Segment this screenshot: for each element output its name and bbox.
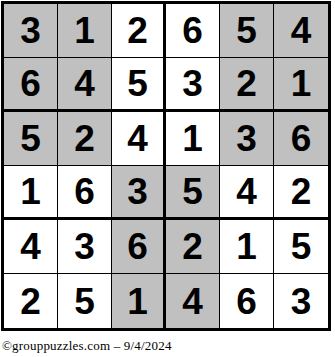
cell-r5c6: 5 <box>274 220 328 274</box>
cell-r5c1: 4 <box>4 220 58 274</box>
sudoku-board: 312654645321524136163542436215251463 <box>1 1 331 331</box>
cell-r3c4: 1 <box>166 112 220 166</box>
cell-r3c1: 5 <box>4 112 58 166</box>
cell-r2c2: 4 <box>58 58 112 112</box>
cell-r5c4: 2 <box>166 220 220 274</box>
cell-r4c3: 3 <box>112 166 166 220</box>
cell-r6c3: 1 <box>112 274 166 328</box>
cell-r3c5: 3 <box>220 112 274 166</box>
cell-r6c6: 3 <box>274 274 328 328</box>
cell-r5c3: 6 <box>112 220 166 274</box>
cell-r4c6: 2 <box>274 166 328 220</box>
cell-r2c3: 5 <box>112 58 166 112</box>
cell-r4c2: 6 <box>58 166 112 220</box>
cell-r3c2: 2 <box>58 112 112 166</box>
cell-r2c5: 2 <box>220 58 274 112</box>
cell-r1c5: 5 <box>220 4 274 58</box>
cell-r1c3: 2 <box>112 4 166 58</box>
cell-r2c1: 6 <box>4 58 58 112</box>
cell-r2c4: 3 <box>166 58 220 112</box>
cell-r6c5: 6 <box>220 274 274 328</box>
cell-r6c2: 5 <box>58 274 112 328</box>
cell-r6c1: 2 <box>4 274 58 328</box>
cell-r6c4: 4 <box>166 274 220 328</box>
cell-r2c6: 1 <box>274 58 328 112</box>
cell-r3c6: 6 <box>274 112 328 166</box>
cell-r5c5: 1 <box>220 220 274 274</box>
cell-r4c1: 1 <box>4 166 58 220</box>
cell-r4c5: 4 <box>220 166 274 220</box>
cell-r1c6: 4 <box>274 4 328 58</box>
copyright-footer: ©grouppuzzles.com – 9/4/2024 <box>2 338 335 354</box>
cell-r5c2: 3 <box>58 220 112 274</box>
cell-r1c4: 6 <box>166 4 220 58</box>
cell-r1c1: 3 <box>4 4 58 58</box>
cell-r1c2: 1 <box>58 4 112 58</box>
cell-r3c3: 4 <box>112 112 166 166</box>
cell-r4c4: 5 <box>166 166 220 220</box>
